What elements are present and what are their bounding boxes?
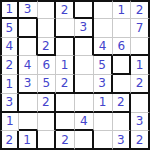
given-digit: 5: [6, 22, 14, 34]
given-digit: 4: [80, 115, 88, 127]
given-digit: 2: [6, 134, 14, 146]
cell-r8c3[interactable]: [38, 131, 57, 150]
given-digit: 3: [24, 3, 32, 15]
cell-r2c6[interactable]: [94, 19, 113, 38]
cell-r6c3[interactable]: 2: [38, 94, 57, 113]
given-digit: 2: [136, 77, 144, 89]
cell-r4c2[interactable]: 4: [19, 56, 38, 75]
given-digit: 2: [42, 40, 50, 52]
cell-r8c2[interactable]: 1: [19, 131, 38, 150]
cell-r8c5[interactable]: [75, 131, 94, 150]
given-digit: 3: [136, 115, 144, 127]
cell-r6c2[interactable]: [19, 94, 38, 113]
given-digit: 1: [23, 134, 31, 146]
cell-r5c7[interactable]: [113, 75, 132, 94]
given-digit: 4: [24, 59, 32, 71]
cell-r6c6[interactable]: 1: [94, 94, 113, 113]
given-digit: 3: [117, 134, 125, 146]
cell-r1c7[interactable]: 1: [113, 0, 132, 19]
cell-r1c8[interactable]: 2: [131, 0, 150, 19]
cell-r4c4[interactable]: 1: [56, 56, 75, 75]
given-digit: 6: [43, 59, 51, 71]
cell-r8c1[interactable]: 2: [0, 131, 19, 150]
cell-r4c8[interactable]: 1: [131, 56, 150, 75]
cell-r2c2[interactable]: [19, 19, 38, 38]
cell-r6c8[interactable]: [131, 94, 150, 113]
cell-r7c2[interactable]: [19, 113, 38, 132]
cell-r5c1[interactable]: 1: [0, 75, 19, 94]
cell-r1c5[interactable]: [75, 0, 94, 19]
cell-r2c4[interactable]: [56, 19, 75, 38]
cell-r7c8[interactable]: 3: [131, 113, 150, 132]
given-digit: 2: [136, 134, 144, 146]
cell-r4c6[interactable]: 5: [94, 56, 113, 75]
given-digit: 2: [136, 4, 144, 16]
cell-r1c2[interactable]: 3: [19, 0, 38, 19]
given-digit: 1: [61, 59, 69, 71]
given-digit: 1: [136, 59, 144, 71]
given-digit: 3: [24, 77, 32, 89]
cell-r2c5[interactable]: 3: [75, 19, 94, 38]
given-digit: 4: [6, 40, 14, 52]
given-digit: 2: [117, 96, 125, 108]
cell-r2c3[interactable]: [38, 19, 57, 38]
cell-r1c4[interactable]: 2: [56, 0, 75, 19]
cell-r3c3[interactable]: 2: [38, 38, 57, 57]
given-digit: 2: [61, 77, 69, 89]
given-digit: 4: [99, 40, 107, 52]
cell-r5c5[interactable]: [75, 75, 94, 94]
given-digit: 1: [99, 96, 107, 108]
given-digit: 3: [80, 21, 88, 33]
cell-r2c7[interactable]: [113, 19, 132, 38]
given-digit: 2: [42, 96, 50, 108]
cell-r5c6[interactable]: 3: [94, 75, 113, 94]
given-digit: 5: [43, 77, 51, 89]
cell-r2c1[interactable]: 5: [0, 19, 19, 38]
cell-r8c4[interactable]: 2: [56, 131, 75, 150]
cell-r6c1[interactable]: 3: [0, 94, 19, 113]
cell-r6c4[interactable]: [56, 94, 75, 113]
cell-r4c3[interactable]: 6: [38, 56, 57, 75]
cell-r3c2[interactable]: [19, 38, 38, 57]
cell-r5c2[interactable]: 3: [19, 75, 38, 94]
given-digit: 2: [61, 134, 69, 146]
given-digit: 5: [98, 59, 106, 71]
cell-r8c6[interactable]: [94, 131, 113, 150]
cell-r3c7[interactable]: 6: [113, 38, 132, 57]
cell-r4c1[interactable]: 2: [0, 56, 19, 75]
given-digit: 1: [6, 3, 14, 15]
cell-r5c3[interactable]: 5: [38, 75, 57, 94]
cell-r1c3[interactable]: [38, 0, 57, 19]
cell-r3c5[interactable]: [75, 38, 94, 57]
cell-r4c7[interactable]: [113, 56, 132, 75]
cell-r3c6[interactable]: 4: [94, 38, 113, 57]
cell-r5c8[interactable]: 2: [131, 75, 150, 94]
given-digit: 1: [6, 115, 14, 127]
given-digit: 2: [6, 59, 14, 71]
cell-r6c5[interactable]: [75, 94, 94, 113]
given-digit: 7: [136, 22, 144, 34]
given-digit: 6: [118, 40, 126, 52]
cell-r7c7[interactable]: [113, 113, 132, 132]
cell-r1c1[interactable]: 1: [0, 0, 19, 19]
cell-r3c1[interactable]: 4: [0, 38, 19, 57]
given-digit: 3: [98, 77, 106, 89]
cell-r8c7[interactable]: 3: [113, 131, 132, 150]
cell-r7c4[interactable]: [56, 113, 75, 132]
given-digit: 1: [6, 78, 14, 90]
given-digit: 1: [118, 4, 126, 16]
given-digit: 3: [6, 96, 14, 108]
cell-r6c7[interactable]: 2: [113, 94, 132, 113]
cell-r5c4[interactable]: 2: [56, 75, 75, 94]
cell-r3c8[interactable]: [131, 38, 150, 57]
cell-r3c4[interactable]: [56, 38, 75, 57]
cell-r4c5[interactable]: [75, 56, 94, 75]
cell-r1c6[interactable]: [94, 0, 113, 19]
cell-r7c6[interactable]: [94, 113, 113, 132]
cell-r7c1[interactable]: 1: [0, 113, 19, 132]
given-digit: 2: [61, 4, 69, 16]
cell-r7c5[interactable]: 4: [75, 113, 94, 132]
cell-r2c8[interactable]: 7: [131, 19, 150, 38]
puzzle-board: 132125374246246151135232321214321232: [0, 0, 150, 150]
cell-r7c3[interactable]: [38, 113, 57, 132]
cell-r8c8[interactable]: 2: [131, 131, 150, 150]
